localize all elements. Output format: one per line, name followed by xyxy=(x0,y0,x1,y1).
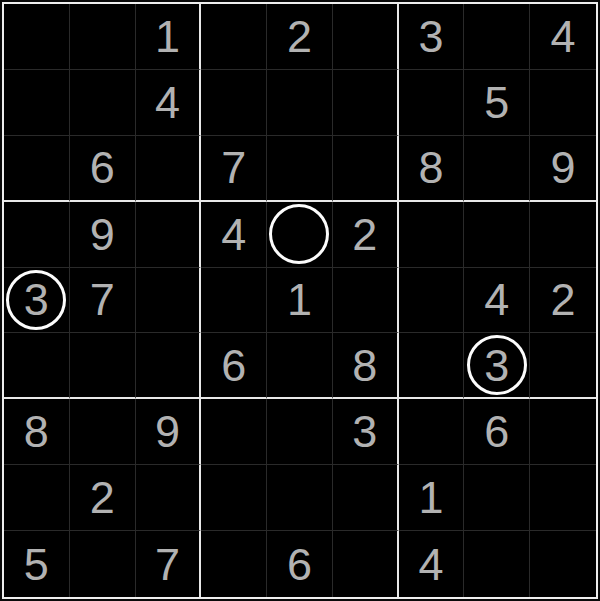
digit: 4 xyxy=(155,80,180,125)
digit: 7 xyxy=(221,145,246,190)
cell-r2c9[interactable] xyxy=(530,70,596,136)
cell-r7c6[interactable]: 3 xyxy=(333,399,399,465)
cell-r8c7[interactable]: 1 xyxy=(399,465,465,531)
cell-r8c2[interactable]: 2 xyxy=(70,465,136,531)
digit: 4 xyxy=(484,277,509,322)
cell-r8c6[interactable] xyxy=(333,465,399,531)
digit: 2 xyxy=(90,475,115,520)
cell-r5c4[interactable] xyxy=(201,268,267,334)
cell-r3c6[interactable] xyxy=(333,136,399,202)
digit: 7 xyxy=(90,277,115,322)
circle-annotation xyxy=(269,204,329,264)
cell-r6c3[interactable] xyxy=(136,333,202,399)
digit: 3 xyxy=(352,409,377,454)
cell-r7c9[interactable] xyxy=(530,399,596,465)
cell-r4c3[interactable] xyxy=(136,202,202,268)
cell-r9c1[interactable]: 5 xyxy=(4,531,70,597)
cell-r4c4[interactable]: 4 xyxy=(201,202,267,268)
cell-r3c1[interactable] xyxy=(4,136,70,202)
digit: 3 xyxy=(484,343,509,388)
cell-r6c9[interactable] xyxy=(530,333,596,399)
digit: 4 xyxy=(221,212,246,257)
cell-r7c5[interactable] xyxy=(267,399,333,465)
cell-r6c7[interactable] xyxy=(399,333,465,399)
digit: 5 xyxy=(484,80,509,125)
cell-r5c5[interactable]: 1 xyxy=(267,268,333,334)
cell-r7c2[interactable] xyxy=(70,399,136,465)
cell-r7c7[interactable] xyxy=(399,399,465,465)
cell-r4c7[interactable] xyxy=(399,202,465,268)
digit: 5 xyxy=(24,542,49,587)
cell-r1c4[interactable] xyxy=(201,4,267,70)
cell-r6c8[interactable]: 3 xyxy=(464,333,530,399)
cell-r8c3[interactable] xyxy=(136,465,202,531)
digit: 6 xyxy=(221,343,246,388)
cell-r5c8[interactable]: 4 xyxy=(464,268,530,334)
digit: 9 xyxy=(551,145,576,190)
cell-r1c8[interactable] xyxy=(464,4,530,70)
cell-r2c1[interactable] xyxy=(4,70,70,136)
cell-r2c4[interactable] xyxy=(201,70,267,136)
cell-r1c7[interactable]: 3 xyxy=(399,4,465,70)
cell-r8c4[interactable] xyxy=(201,465,267,531)
cell-r6c4[interactable]: 6 xyxy=(201,333,267,399)
cell-r3c3[interactable] xyxy=(136,136,202,202)
digit: 1 xyxy=(419,475,444,520)
cell-r4c8[interactable] xyxy=(464,202,530,268)
digit: 1 xyxy=(155,14,180,59)
cell-r4c9[interactable] xyxy=(530,202,596,268)
cell-r5c7[interactable] xyxy=(399,268,465,334)
digit: 8 xyxy=(24,409,49,454)
digit: 4 xyxy=(551,14,576,59)
cell-r5c1[interactable]: 3 xyxy=(4,268,70,334)
cell-r1c6[interactable] xyxy=(333,4,399,70)
cell-r5c2[interactable]: 7 xyxy=(70,268,136,334)
cell-r2c5[interactable] xyxy=(267,70,333,136)
cell-r2c6[interactable] xyxy=(333,70,399,136)
digit: 2 xyxy=(287,14,312,59)
cell-r5c6[interactable] xyxy=(333,268,399,334)
cell-r2c3[interactable]: 4 xyxy=(136,70,202,136)
digit: 6 xyxy=(287,542,312,587)
cell-r8c8[interactable] xyxy=(464,465,530,531)
digit: 8 xyxy=(419,145,444,190)
sudoku-board-frame: 1234456789942371426838936215764 xyxy=(0,0,600,601)
cell-r9c7[interactable]: 4 xyxy=(399,531,465,597)
cell-r8c5[interactable] xyxy=(267,465,333,531)
cell-r6c2[interactable] xyxy=(70,333,136,399)
digit: 6 xyxy=(90,145,115,190)
cell-r2c8[interactable]: 5 xyxy=(464,70,530,136)
cell-r2c7[interactable] xyxy=(399,70,465,136)
cell-r3c7[interactable]: 8 xyxy=(399,136,465,202)
cell-r7c8[interactable]: 6 xyxy=(464,399,530,465)
cell-r6c6[interactable]: 8 xyxy=(333,333,399,399)
cell-r7c3[interactable]: 9 xyxy=(136,399,202,465)
cell-r3c9[interactable]: 9 xyxy=(530,136,596,202)
cell-r9c5[interactable]: 6 xyxy=(267,531,333,597)
cell-r4c2[interactable]: 9 xyxy=(70,202,136,268)
cell-r8c1[interactable] xyxy=(4,465,70,531)
digit: 3 xyxy=(24,277,49,322)
cell-r9c4[interactable] xyxy=(201,531,267,597)
cell-r9c8[interactable] xyxy=(464,531,530,597)
digit: 9 xyxy=(155,409,180,454)
cell-r1c3[interactable]: 1 xyxy=(136,4,202,70)
cell-r3c2[interactable]: 6 xyxy=(70,136,136,202)
cell-r1c5[interactable]: 2 xyxy=(267,4,333,70)
digit: 7 xyxy=(155,542,180,587)
cell-r6c5[interactable] xyxy=(267,333,333,399)
cell-r8c9[interactable] xyxy=(530,465,596,531)
sudoku-board: 1234456789942371426838936215764 xyxy=(2,2,598,599)
digit: 2 xyxy=(352,212,377,257)
digit: 2 xyxy=(551,277,576,322)
cell-r1c2[interactable] xyxy=(70,4,136,70)
cell-r2c2[interactable] xyxy=(70,70,136,136)
cell-r3c4[interactable]: 7 xyxy=(201,136,267,202)
cell-r4c6[interactable]: 2 xyxy=(333,202,399,268)
cell-r9c6[interactable] xyxy=(333,531,399,597)
digit: 3 xyxy=(419,14,444,59)
cell-r9c2[interactable] xyxy=(70,531,136,597)
cell-r3c8[interactable] xyxy=(464,136,530,202)
cell-r9c9[interactable] xyxy=(530,531,596,597)
cell-r7c1[interactable]: 8 xyxy=(4,399,70,465)
cell-r1c9[interactable]: 4 xyxy=(530,4,596,70)
digit: 9 xyxy=(90,212,115,257)
cell-r3c5[interactable] xyxy=(267,136,333,202)
digit: 6 xyxy=(484,409,509,454)
digit: 1 xyxy=(287,277,312,322)
cell-r7c4[interactable] xyxy=(201,399,267,465)
cell-r4c1[interactable] xyxy=(4,202,70,268)
digit: 8 xyxy=(352,343,377,388)
cell-r4c5[interactable] xyxy=(267,202,333,268)
digit: 4 xyxy=(419,542,444,587)
cell-r1c1[interactable] xyxy=(4,4,70,70)
cell-r5c9[interactable]: 2 xyxy=(530,268,596,334)
cell-r5c3[interactable] xyxy=(136,268,202,334)
cell-r6c1[interactable] xyxy=(4,333,70,399)
cell-r9c3[interactable]: 7 xyxy=(136,531,202,597)
